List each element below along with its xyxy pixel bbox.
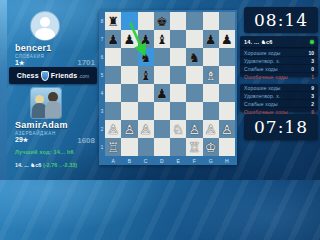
square-h8[interactable] xyxy=(219,12,235,30)
square-g7[interactable]: ♟ xyxy=(203,30,219,48)
square-h2[interactable]: ♙ xyxy=(219,120,235,138)
square-b4[interactable] xyxy=(121,84,137,102)
board-grid: ♜♚♟♟♟♝♟♟♞♞♝♗♟♙♙♙♘♙♙♙♖♖♔ xyxy=(105,12,235,156)
top-player-rating: 1701 xyxy=(77,58,95,67)
square-b2[interactable]: ♙ xyxy=(121,120,137,138)
square-g3[interactable] xyxy=(203,102,219,120)
square-a5[interactable] xyxy=(105,66,121,84)
square-b1[interactable] xyxy=(121,138,137,156)
piece-wr-a1[interactable]: ♖ xyxy=(107,141,119,154)
chessfriends-logo[interactable]: Chess Friends .com xyxy=(9,67,97,84)
file-label-D: D xyxy=(154,157,170,165)
square-f4[interactable] xyxy=(186,84,202,102)
star-icon: ★ xyxy=(23,137,28,143)
photo-person-2-body xyxy=(45,101,61,118)
piece-bk-d8[interactable]: ♚ xyxy=(156,15,168,28)
square-d3[interactable] xyxy=(154,102,170,120)
file-label-E: E xyxy=(170,157,186,165)
file-label-B: B xyxy=(121,157,137,165)
piece-wp-b2[interactable]: ♙ xyxy=(124,123,136,136)
square-c7[interactable]: ♟ xyxy=(138,30,154,48)
top-player-clock: 08:14 xyxy=(244,7,318,33)
bottom-player-name: SamirAdam xyxy=(15,120,68,130)
piece-wp-h2[interactable]: ♙ xyxy=(221,123,233,136)
square-f6[interactable]: ♞ xyxy=(186,48,202,66)
played-move-eval: (-2.76→-2.33) xyxy=(43,162,77,168)
square-c3[interactable] xyxy=(138,102,154,120)
square-f3[interactable] xyxy=(186,102,202,120)
sidebar: bencer1 СЛОВАКИЯ 1★ 1701 Chess Friends .… xyxy=(7,0,99,180)
stat-row-mistakes: Ошибочные ходы 1 xyxy=(240,72,318,80)
square-b6[interactable] xyxy=(121,48,137,66)
square-d4[interactable]: ♟ xyxy=(154,84,170,102)
file-label-H: H xyxy=(219,157,235,165)
best-move-text: Лучший ход: 14... h6 xyxy=(15,149,74,155)
last-move-header: 14. ... ♞c6 xyxy=(240,36,318,48)
logo-text-com: .com xyxy=(78,73,89,79)
star-icon: ★ xyxy=(19,60,24,66)
square-h1[interactable] xyxy=(219,138,235,156)
stat-row-weak: Слабые ходы 0 xyxy=(240,64,318,72)
square-c2[interactable]: ♙ xyxy=(138,120,154,138)
top-player-name: bencer1 xyxy=(15,43,52,53)
square-h3[interactable] xyxy=(219,102,235,120)
bottom-player-clock: 07:18 xyxy=(244,114,318,140)
square-g8[interactable] xyxy=(203,12,219,30)
square-a7[interactable]: ♟ xyxy=(105,30,121,48)
square-a6[interactable] xyxy=(105,48,121,66)
piece-wp-g2[interactable]: ♙ xyxy=(205,123,217,136)
square-a2[interactable]: ♙ xyxy=(105,120,121,138)
square-f8[interactable] xyxy=(186,12,202,30)
piece-bp-h7[interactable]: ♟ xyxy=(221,33,233,46)
file-label-A: A xyxy=(105,157,121,165)
square-g4[interactable] xyxy=(203,84,219,102)
played-move-text: 14. ... ♞c6 (-2.76→-2.33) xyxy=(15,162,77,168)
square-f2[interactable]: ♙ xyxy=(186,120,202,138)
square-h5[interactable] xyxy=(219,66,235,84)
piece-wp-c2[interactable]: ♙ xyxy=(140,123,152,136)
square-b3[interactable] xyxy=(121,102,137,120)
square-c5[interactable]: ♝ xyxy=(138,66,154,84)
square-b5[interactable] xyxy=(121,66,137,84)
square-e5[interactable] xyxy=(170,66,186,84)
piece-wb-g5[interactable]: ♗ xyxy=(205,69,217,82)
square-a8[interactable]: ♜ xyxy=(105,12,121,30)
played-move-notation: 14. ... ♞c6 xyxy=(15,162,41,168)
square-f1[interactable]: ♖ xyxy=(186,138,202,156)
piece-bp-b7[interactable]: ♟ xyxy=(124,33,136,46)
square-d2[interactable] xyxy=(154,120,170,138)
square-e4[interactable] xyxy=(170,84,186,102)
piece-bp-g7[interactable]: ♟ xyxy=(205,33,217,46)
square-d5[interactable] xyxy=(154,66,170,84)
square-h6[interactable] xyxy=(219,48,235,66)
person-icon xyxy=(40,17,50,27)
file-label-C: C xyxy=(138,157,154,165)
square-c1[interactable] xyxy=(138,138,154,156)
square-h4[interactable] xyxy=(219,84,235,102)
piece-bp-d4[interactable]: ♟ xyxy=(156,87,168,100)
square-e1[interactable] xyxy=(170,138,186,156)
piece-bn-c6[interactable]: ♞ xyxy=(140,51,152,64)
piece-bb-d7[interactable]: ♝ xyxy=(156,33,168,46)
bottom-analysis-panel: Хорошие ходы 9 Удовлетвор. х. 3 Слабые х… xyxy=(240,84,318,112)
file-label-F: F xyxy=(186,157,202,165)
square-e6[interactable] xyxy=(170,48,186,66)
file-label-G: G xyxy=(203,157,219,165)
person-icon xyxy=(35,28,55,40)
top-player-stars: 1★ xyxy=(15,59,24,66)
piece-wn-e2[interactable]: ♘ xyxy=(172,123,184,136)
stat-row-satisfactory: Удовлетвор. х. 3 xyxy=(240,91,318,99)
square-d7[interactable]: ♝ xyxy=(154,30,170,48)
square-f5[interactable] xyxy=(186,66,202,84)
shield-icon xyxy=(41,71,49,81)
stat-row-satisfactory: Удовлетвор. х. 3 xyxy=(240,56,318,64)
square-g1[interactable]: ♔ xyxy=(203,138,219,156)
piece-bn-f6[interactable]: ♞ xyxy=(189,51,201,64)
square-d1[interactable] xyxy=(154,138,170,156)
piece-bb-c5[interactable]: ♝ xyxy=(140,69,152,82)
piece-br-a8[interactable]: ♜ xyxy=(107,15,119,28)
top-analysis-panel: 14. ... ♞c6 Хорошие ходы 10 Удовлетвор. … xyxy=(240,36,318,77)
avatar-top-player xyxy=(31,12,59,40)
square-e3[interactable] xyxy=(170,102,186,120)
square-b8[interactable] xyxy=(121,12,137,30)
square-c6[interactable]: ♞ xyxy=(138,48,154,66)
logo-text-friends: Friends xyxy=(51,72,78,79)
stat-row-good: Хорошие ходы 10 xyxy=(240,48,318,56)
piece-wk-g1[interactable]: ♔ xyxy=(205,141,217,154)
piece-wp-f2[interactable]: ♙ xyxy=(189,123,201,136)
piece-bp-c7[interactable]: ♟ xyxy=(140,33,152,46)
square-f7[interactable] xyxy=(186,30,202,48)
square-g2[interactable]: ♙ xyxy=(203,120,219,138)
piece-bp-a7[interactable]: ♟ xyxy=(107,33,119,46)
square-g6[interactable] xyxy=(203,48,219,66)
square-a4[interactable] xyxy=(105,84,121,102)
square-e8[interactable] xyxy=(170,12,186,30)
square-b7[interactable]: ♟ xyxy=(121,30,137,48)
square-e7[interactable] xyxy=(170,30,186,48)
square-a1[interactable]: ♖ xyxy=(105,138,121,156)
stat-row-good: Хорошие ходы 9 xyxy=(240,84,318,91)
square-d6[interactable] xyxy=(154,48,170,66)
square-a3[interactable] xyxy=(105,102,121,120)
last-move-label: 14. ... ♞c6 xyxy=(244,39,273,45)
logo-text-chess: Chess xyxy=(17,72,39,79)
left-edge-stripe xyxy=(0,0,7,180)
avatar-bottom-player xyxy=(31,88,61,118)
bottom-player-rating: 1608 xyxy=(77,136,95,145)
bottom-player-stars: 29★ xyxy=(15,136,28,143)
piece-wp-a2[interactable]: ♙ xyxy=(107,123,119,136)
square-c8[interactable] xyxy=(138,12,154,30)
stat-row-weak: Слабые ходы 2 xyxy=(240,99,318,107)
chess-board: 87654321 ♜♚♟♟♟♝♟♟♞♞♝♗♟♙♙♙♘♙♙♙♖♖♔ ABCDEFG… xyxy=(99,10,237,165)
square-d8[interactable]: ♚ xyxy=(154,12,170,30)
square-g5[interactable]: ♗ xyxy=(203,66,219,84)
piece-wr-f1[interactable]: ♖ xyxy=(189,141,201,154)
square-c4[interactable] xyxy=(138,84,154,102)
good-move-dot-icon xyxy=(310,40,314,44)
file-labels: ABCDEFGH xyxy=(105,157,235,165)
square-h7[interactable]: ♟ xyxy=(219,30,235,48)
square-e2[interactable]: ♘ xyxy=(170,120,186,138)
